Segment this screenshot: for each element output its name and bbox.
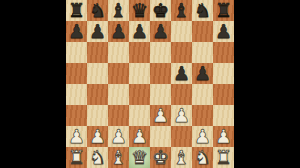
square-d1[interactable]: ♛ bbox=[129, 147, 150, 168]
square-c3[interactable] bbox=[108, 105, 129, 126]
piece-white-rook: ♜ bbox=[68, 147, 85, 168]
square-f7[interactable] bbox=[171, 21, 192, 42]
square-e5[interactable] bbox=[150, 63, 171, 84]
square-g7[interactable] bbox=[192, 21, 213, 42]
piece-black-bishop: ♝ bbox=[110, 0, 127, 21]
square-f3[interactable]: ♟ bbox=[171, 105, 192, 126]
piece-white-pawn: ♟ bbox=[215, 126, 232, 147]
square-a7[interactable]: ♟ bbox=[66, 21, 87, 42]
screenshot-frame: ♜♞♝♛♚♝♞♜♟♟♟♟♟♟♟♟♟♟♟♟♟♟♟♟♜♞♝♛♚♝♞♜ bbox=[0, 0, 300, 168]
square-b1[interactable]: ♞ bbox=[87, 147, 108, 168]
square-d7[interactable]: ♟ bbox=[129, 21, 150, 42]
square-h5[interactable] bbox=[213, 63, 234, 84]
square-c6[interactable] bbox=[108, 42, 129, 63]
square-c4[interactable] bbox=[108, 84, 129, 105]
piece-white-pawn: ♟ bbox=[194, 126, 211, 147]
piece-white-rook: ♜ bbox=[215, 147, 232, 168]
square-f4[interactable] bbox=[171, 84, 192, 105]
chess-board: ♜♞♝♛♚♝♞♜♟♟♟♟♟♟♟♟♟♟♟♟♟♟♟♟♜♞♝♛♚♝♞♜ bbox=[66, 0, 234, 168]
square-h1[interactable]: ♜ bbox=[213, 147, 234, 168]
square-d4[interactable] bbox=[129, 84, 150, 105]
square-h2[interactable]: ♟ bbox=[213, 126, 234, 147]
square-b3[interactable] bbox=[87, 105, 108, 126]
square-c8[interactable]: ♝ bbox=[108, 0, 129, 21]
piece-black-bishop: ♝ bbox=[173, 0, 190, 21]
square-a4[interactable] bbox=[66, 84, 87, 105]
piece-white-pawn: ♟ bbox=[152, 105, 169, 126]
piece-black-rook: ♜ bbox=[215, 0, 232, 21]
square-g8[interactable]: ♞ bbox=[192, 0, 213, 21]
square-a6[interactable] bbox=[66, 42, 87, 63]
square-b2[interactable]: ♟ bbox=[87, 126, 108, 147]
piece-black-pawn: ♟ bbox=[152, 21, 169, 42]
square-g3[interactable] bbox=[192, 105, 213, 126]
piece-black-pawn: ♟ bbox=[110, 21, 127, 42]
piece-white-bishop: ♝ bbox=[110, 147, 127, 168]
square-c2[interactable]: ♟ bbox=[108, 126, 129, 147]
square-c7[interactable]: ♟ bbox=[108, 21, 129, 42]
square-g6[interactable] bbox=[192, 42, 213, 63]
square-d5[interactable] bbox=[129, 63, 150, 84]
piece-white-bishop: ♝ bbox=[173, 147, 190, 168]
piece-black-knight: ♞ bbox=[89, 0, 106, 21]
piece-white-queen: ♛ bbox=[131, 147, 148, 168]
piece-white-pawn: ♟ bbox=[173, 105, 190, 126]
piece-white-knight: ♞ bbox=[89, 147, 106, 168]
square-d3[interactable] bbox=[129, 105, 150, 126]
square-e2[interactable] bbox=[150, 126, 171, 147]
square-c5[interactable] bbox=[108, 63, 129, 84]
square-a2[interactable]: ♟ bbox=[66, 126, 87, 147]
square-g5[interactable]: ♟ bbox=[192, 63, 213, 84]
square-d6[interactable] bbox=[129, 42, 150, 63]
square-d2[interactable]: ♟ bbox=[129, 126, 150, 147]
square-g4[interactable] bbox=[192, 84, 213, 105]
square-g1[interactable]: ♞ bbox=[192, 147, 213, 168]
piece-white-knight: ♞ bbox=[194, 147, 211, 168]
square-c1[interactable]: ♝ bbox=[108, 147, 129, 168]
square-b7[interactable]: ♟ bbox=[87, 21, 108, 42]
square-a8[interactable]: ♜ bbox=[66, 0, 87, 21]
square-e1[interactable]: ♚ bbox=[150, 147, 171, 168]
piece-black-rook: ♜ bbox=[68, 0, 85, 21]
square-e7[interactable]: ♟ bbox=[150, 21, 171, 42]
square-e4[interactable] bbox=[150, 84, 171, 105]
piece-black-pawn: ♟ bbox=[215, 21, 232, 42]
square-e6[interactable] bbox=[150, 42, 171, 63]
square-b5[interactable] bbox=[87, 63, 108, 84]
piece-white-pawn: ♟ bbox=[131, 126, 148, 147]
piece-black-pawn: ♟ bbox=[131, 21, 148, 42]
square-h4[interactable] bbox=[213, 84, 234, 105]
square-f5[interactable]: ♟ bbox=[171, 63, 192, 84]
square-a1[interactable]: ♜ bbox=[66, 147, 87, 168]
piece-black-king: ♚ bbox=[152, 0, 169, 21]
piece-black-pawn: ♟ bbox=[173, 63, 190, 84]
square-a3[interactable] bbox=[66, 105, 87, 126]
square-a5[interactable] bbox=[66, 63, 87, 84]
square-b4[interactable] bbox=[87, 84, 108, 105]
piece-black-pawn: ♟ bbox=[89, 21, 106, 42]
piece-black-pawn: ♟ bbox=[194, 63, 211, 84]
piece-white-pawn: ♟ bbox=[68, 126, 85, 147]
piece-black-pawn: ♟ bbox=[68, 21, 85, 42]
square-h3[interactable] bbox=[213, 105, 234, 126]
square-g2[interactable]: ♟ bbox=[192, 126, 213, 147]
square-h8[interactable]: ♜ bbox=[213, 0, 234, 21]
square-h6[interactable] bbox=[213, 42, 234, 63]
piece-white-king: ♚ bbox=[152, 147, 169, 168]
square-f2[interactable] bbox=[171, 126, 192, 147]
square-e8[interactable]: ♚ bbox=[150, 0, 171, 21]
square-e3[interactable]: ♟ bbox=[150, 105, 171, 126]
square-b6[interactable] bbox=[87, 42, 108, 63]
piece-white-pawn: ♟ bbox=[89, 126, 106, 147]
piece-black-knight: ♞ bbox=[194, 0, 211, 21]
square-h7[interactable]: ♟ bbox=[213, 21, 234, 42]
square-f8[interactable]: ♝ bbox=[171, 0, 192, 21]
square-b8[interactable]: ♞ bbox=[87, 0, 108, 21]
piece-white-pawn: ♟ bbox=[110, 126, 127, 147]
piece-black-queen: ♛ bbox=[131, 0, 148, 21]
square-f1[interactable]: ♝ bbox=[171, 147, 192, 168]
square-f6[interactable] bbox=[171, 42, 192, 63]
square-d8[interactable]: ♛ bbox=[129, 0, 150, 21]
